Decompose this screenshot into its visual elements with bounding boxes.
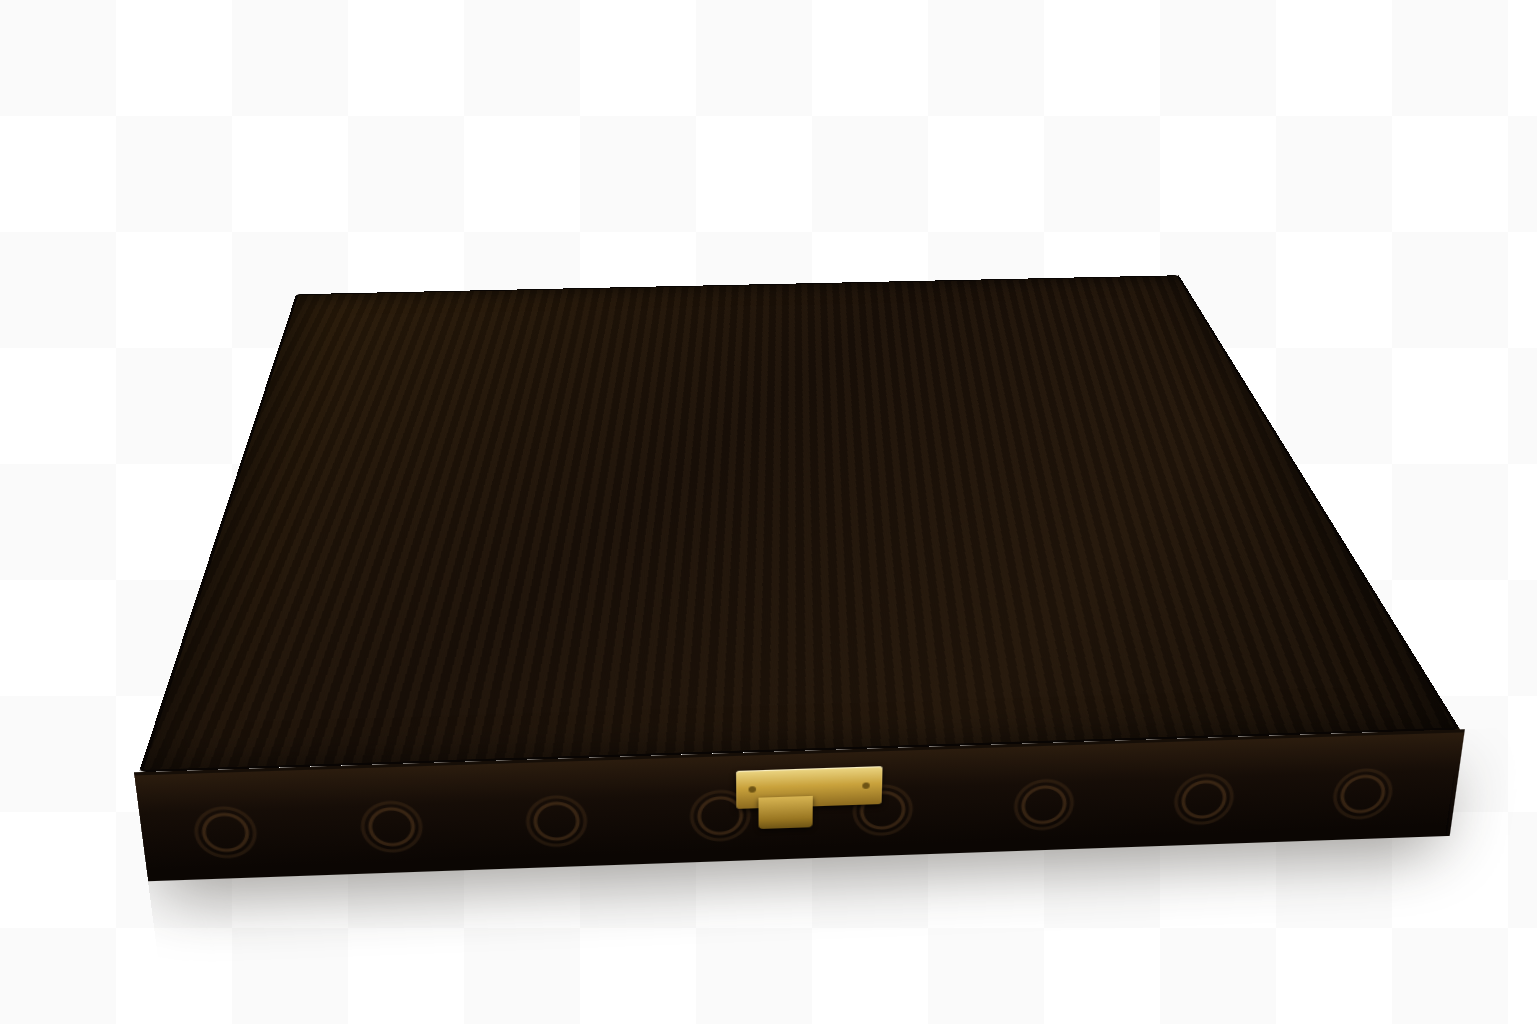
board-top xyxy=(138,275,1459,772)
chess-board xyxy=(138,275,1459,772)
brass-clasp xyxy=(735,766,881,809)
photo-of-chess-set xyxy=(0,0,1537,1024)
